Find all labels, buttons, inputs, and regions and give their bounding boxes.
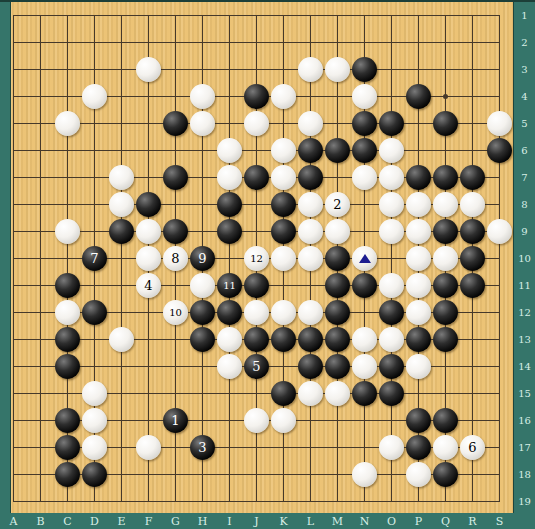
move-number-6: 6 [468,441,476,454]
white-stone-N18 [352,462,377,487]
white-stone-L8 [298,192,323,217]
white-stone-P12 [406,300,431,325]
black-stone-H10: 9 [190,246,215,271]
black-stone-M13 [325,327,350,352]
black-stone-C11 [55,273,80,298]
black-stone-L13 [298,327,323,352]
black-stone-G5 [163,111,188,136]
black-stone-H12 [190,300,215,325]
black-stone-H13 [190,327,215,352]
column-label-E: E [112,515,132,528]
white-stone-R17: 6 [460,435,485,460]
column-label-D: D [85,515,105,528]
move-number-8: 8 [171,252,179,265]
white-stone-F17 [136,435,161,460]
black-stone-I11: 11 [217,273,242,298]
white-stone-O13 [379,327,404,352]
row-label-7: 7 [514,172,535,183]
white-stone-L10 [298,246,323,271]
white-stone-O6 [379,138,404,163]
black-stone-M12 [325,300,350,325]
column-label-L: L [301,515,321,528]
black-stone-F8 [136,192,161,217]
row-label-3: 3 [514,64,535,75]
black-stone-K8 [271,192,296,217]
row-label-10: 10 [514,253,535,264]
goban[interactable]: 278912411105136 [10,2,514,513]
white-stone-I7 [217,165,242,190]
black-stone-C17 [55,435,80,460]
black-stone-C14 [55,354,80,379]
row-label-17: 17 [514,442,535,453]
black-stone-J14: 5 [244,354,269,379]
white-stone-R8 [460,192,485,217]
white-stone-L3 [298,57,323,82]
stones-grid: 278912411105136 [0,2,513,515]
black-stone-Q11 [433,273,458,298]
move-number-7: 7 [90,252,98,265]
go-board-viewer: 278912411105136 123456789101112131415161… [0,0,535,529]
black-stone-M11 [325,273,350,298]
row-label-16: 16 [514,415,535,426]
black-stone-L7 [298,165,323,190]
black-stone-R11 [460,273,485,298]
black-stone-C18 [55,462,80,487]
black-stone-E9 [109,219,134,244]
black-stone-P4 [406,84,431,109]
black-stone-Q12 [433,300,458,325]
black-stone-Q9 [433,219,458,244]
row-label-6: 6 [514,145,535,156]
white-stone-I14 [217,354,242,379]
column-label-Q: Q [436,515,456,528]
black-stone-L14 [298,354,323,379]
white-stone-Q10 [433,246,458,271]
white-stone-I6 [217,138,242,163]
row-label-15: 15 [514,388,535,399]
white-stone-P14 [406,354,431,379]
white-stone-P9 [406,219,431,244]
white-stone-H11 [190,273,215,298]
white-stone-O8 [379,192,404,217]
black-stone-R9 [460,219,485,244]
white-stone-K16 [271,408,296,433]
white-stone-Q8 [433,192,458,217]
move-number-10: 10 [169,308,182,318]
black-stone-K13 [271,327,296,352]
white-stone-M3 [325,57,350,82]
white-stone-O11 [379,273,404,298]
column-label-J: J [247,515,267,528]
black-stone-M10 [325,246,350,271]
white-stone-E7 [109,165,134,190]
row-label-9: 9 [514,226,535,237]
white-stone-S9 [487,219,512,244]
black-stone-J7 [244,165,269,190]
black-stone-P16 [406,408,431,433]
column-label-C: C [58,515,78,528]
column-label-F: F [139,515,159,528]
white-stone-J12 [244,300,269,325]
row-label-12: 12 [514,307,535,318]
column-label-O: O [382,515,402,528]
white-stone-N10 [352,246,377,271]
white-stone-N4 [352,84,377,109]
white-stone-D15 [82,381,107,406]
white-stone-F3 [136,57,161,82]
black-stone-I8 [217,192,242,217]
white-stone-F11: 4 [136,273,161,298]
white-stone-O9 [379,219,404,244]
row-label-4: 4 [514,91,535,102]
black-stone-N15 [352,381,377,406]
black-stone-D18 [82,462,107,487]
white-stone-J16 [244,408,269,433]
move-number-12: 12 [250,254,263,264]
white-stone-Q17 [433,435,458,460]
white-stone-H5 [190,111,215,136]
white-stone-L15 [298,381,323,406]
triangle-marker [359,254,371,263]
black-stone-J4 [244,84,269,109]
white-stone-L9 [298,219,323,244]
black-stone-M6 [325,138,350,163]
white-stone-O7 [379,165,404,190]
black-stone-Q7 [433,165,458,190]
move-number-3: 3 [198,441,206,454]
black-stone-L6 [298,138,323,163]
move-number-2: 2 [333,198,341,211]
white-stone-M8: 2 [325,192,350,217]
white-stone-N14 [352,354,377,379]
column-label-G: G [166,515,186,528]
black-stone-Q5 [433,111,458,136]
white-stone-S5 [487,111,512,136]
column-label-H: H [193,515,213,528]
white-stone-J5 [244,111,269,136]
white-stone-D17 [82,435,107,460]
black-stone-M14 [325,354,350,379]
black-stone-N5 [352,111,377,136]
move-number-1: 1 [171,414,179,427]
row-label-5: 5 [514,118,535,129]
white-stone-K6 [271,138,296,163]
column-label-M: M [328,515,348,528]
black-stone-O14 [379,354,404,379]
black-stone-I9 [217,219,242,244]
white-stone-D16 [82,408,107,433]
white-stone-K7 [271,165,296,190]
black-stone-R7 [460,165,485,190]
white-stone-K10 [271,246,296,271]
row-label-18: 18 [514,469,535,480]
black-stone-N11 [352,273,377,298]
black-stone-N6 [352,138,377,163]
move-number-11: 11 [223,281,236,291]
white-stone-C5 [55,111,80,136]
white-stone-N13 [352,327,377,352]
white-stone-G10: 8 [163,246,188,271]
black-stone-C16 [55,408,80,433]
white-stone-F10 [136,246,161,271]
column-label-B: B [31,515,51,528]
white-stone-E13 [109,327,134,352]
black-stone-K9 [271,219,296,244]
white-stone-P18 [406,462,431,487]
white-stone-M15 [325,381,350,406]
black-stone-N3 [352,57,377,82]
white-stone-F9 [136,219,161,244]
white-stone-C9 [55,219,80,244]
black-stone-C13 [55,327,80,352]
black-stone-J11 [244,273,269,298]
black-stone-G7 [163,165,188,190]
white-stone-O17 [379,435,404,460]
white-stone-I13 [217,327,242,352]
white-stone-D4 [82,84,107,109]
black-stone-O15 [379,381,404,406]
row-label-2: 2 [514,37,535,48]
white-stone-N7 [352,165,377,190]
black-stone-R10 [460,246,485,271]
white-stone-C12 [55,300,80,325]
row-label-19: 19 [514,496,535,507]
black-stone-D10: 7 [82,246,107,271]
black-stone-O5 [379,111,404,136]
row-label-1: 1 [514,10,535,21]
white-stone-P8 [406,192,431,217]
move-number-9: 9 [198,252,206,265]
row-label-8: 8 [514,199,535,210]
white-stone-K4 [271,84,296,109]
black-stone-Q18 [433,462,458,487]
black-stone-P7 [406,165,431,190]
black-stone-G16: 1 [163,408,188,433]
black-stone-Q13 [433,327,458,352]
black-stone-D12 [82,300,107,325]
black-stone-P13 [406,327,431,352]
black-stone-Q16 [433,408,458,433]
column-label-P: P [409,515,429,528]
move-number-4: 4 [144,279,152,292]
black-stone-J13 [244,327,269,352]
black-stone-O12 [379,300,404,325]
white-stone-K12 [271,300,296,325]
white-stone-J10: 12 [244,246,269,271]
column-label-N: N [355,515,375,528]
white-stone-L12 [298,300,323,325]
white-stone-P11 [406,273,431,298]
white-stone-M9 [325,219,350,244]
column-label-S: S [490,515,510,528]
row-label-14: 14 [514,361,535,372]
column-label-I: I [220,515,240,528]
white-stone-P10 [406,246,431,271]
black-stone-I12 [217,300,242,325]
column-label-K: K [274,515,294,528]
row-label-11: 11 [514,280,535,291]
column-label-R: R [463,515,483,528]
white-stone-H4 [190,84,215,109]
black-stone-K15 [271,381,296,406]
column-label-A: A [4,515,24,528]
black-stone-S6 [487,138,512,163]
black-stone-H17: 3 [190,435,215,460]
black-stone-P17 [406,435,431,460]
white-stone-E8 [109,192,134,217]
white-stone-G12: 10 [163,300,188,325]
white-stone-L5 [298,111,323,136]
row-label-13: 13 [514,334,535,345]
move-number-5: 5 [252,360,260,373]
black-stone-G9 [163,219,188,244]
